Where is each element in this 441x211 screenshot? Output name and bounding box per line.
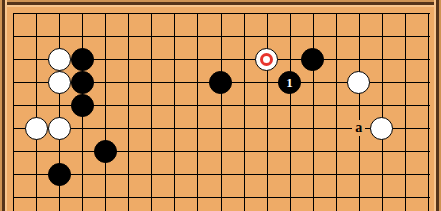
- intersection: [347, 94, 370, 117]
- intersection: [255, 117, 278, 140]
- intersection: [94, 117, 117, 140]
- intersection: [71, 25, 94, 48]
- intersection: [393, 94, 416, 117]
- intersection: [25, 186, 48, 209]
- intersection: [324, 163, 347, 186]
- intersection: [347, 48, 370, 71]
- white-stone: [48, 117, 71, 140]
- intersection: [186, 140, 209, 163]
- intersection: [71, 186, 94, 209]
- board-intersections: 1a: [2, 2, 440, 209]
- black-stone: [71, 94, 94, 117]
- board-frame-top: [0, 0, 441, 7]
- intersection: [25, 163, 48, 186]
- intersection: [209, 117, 232, 140]
- intersection: [186, 163, 209, 186]
- intersection: [301, 140, 324, 163]
- intersection: [370, 186, 393, 209]
- intersection: [301, 117, 324, 140]
- intersection: [140, 71, 163, 94]
- intersection: [71, 117, 94, 140]
- intersection: [140, 25, 163, 48]
- intersection: [48, 140, 71, 163]
- intersection: [140, 48, 163, 71]
- intersection: [301, 163, 324, 186]
- intersection: [278, 163, 301, 186]
- intersection: [393, 140, 416, 163]
- intersection: [48, 94, 71, 117]
- intersection: [278, 25, 301, 48]
- intersection: [94, 71, 117, 94]
- intersection: [117, 48, 140, 71]
- intersection: [25, 25, 48, 48]
- intersection: [324, 48, 347, 71]
- board-frame-right: [434, 0, 441, 211]
- intersection: [370, 163, 393, 186]
- intersection: [117, 163, 140, 186]
- intersection: [71, 48, 94, 71]
- intersection: [232, 48, 255, 71]
- black-stone: [209, 71, 232, 94]
- intersection: [94, 140, 117, 163]
- intersection: [347, 140, 370, 163]
- black-stone: [71, 71, 94, 94]
- board-frame-left: [0, 0, 7, 211]
- intersection: [117, 94, 140, 117]
- intersection: [186, 48, 209, 71]
- intersection: [278, 94, 301, 117]
- go-board-diagram: 1a: [0, 0, 441, 211]
- intersection: [393, 117, 416, 140]
- black-stone: [301, 48, 324, 71]
- intersection: 1: [278, 71, 301, 94]
- black-stone: [48, 163, 71, 186]
- intersection: [163, 25, 186, 48]
- intersection: [209, 48, 232, 71]
- move-number: 1: [286, 76, 293, 89]
- white-stone: [347, 71, 370, 94]
- intersection: [163, 186, 186, 209]
- intersection: [163, 140, 186, 163]
- intersection: [301, 25, 324, 48]
- intersection: [209, 25, 232, 48]
- intersection: [370, 48, 393, 71]
- intersection: [232, 25, 255, 48]
- intersection: [186, 94, 209, 117]
- intersection: [163, 117, 186, 140]
- intersection: [393, 71, 416, 94]
- intersection: [324, 94, 347, 117]
- intersection: [232, 140, 255, 163]
- intersection: [209, 140, 232, 163]
- intersection: [255, 163, 278, 186]
- intersection: [140, 186, 163, 209]
- intersection: [25, 117, 48, 140]
- intersection: [393, 163, 416, 186]
- intersection: [232, 163, 255, 186]
- intersection: [324, 186, 347, 209]
- intersection: [255, 140, 278, 163]
- intersection: [117, 25, 140, 48]
- intersection: [186, 25, 209, 48]
- intersection: [48, 71, 71, 94]
- intersection: [186, 71, 209, 94]
- intersection: [324, 140, 347, 163]
- intersection: [232, 186, 255, 209]
- intersection: [255, 94, 278, 117]
- intersection: [94, 186, 117, 209]
- intersection: [278, 48, 301, 71]
- intersection: [278, 117, 301, 140]
- intersection: [278, 140, 301, 163]
- intersection: [301, 48, 324, 71]
- intersection: [255, 186, 278, 209]
- black-stone: [94, 140, 117, 163]
- intersection: [232, 71, 255, 94]
- intersection: [370, 117, 393, 140]
- intersection: [370, 25, 393, 48]
- intersection: [324, 117, 347, 140]
- intersection: [324, 25, 347, 48]
- intersection: [48, 186, 71, 209]
- intersection: [163, 71, 186, 94]
- intersection: [324, 71, 347, 94]
- intersection: a: [347, 117, 370, 140]
- intersection: [25, 48, 48, 71]
- intersection: [94, 94, 117, 117]
- intersection: [255, 48, 278, 71]
- intersection: [25, 71, 48, 94]
- white-stone: [25, 117, 48, 140]
- intersection: [255, 71, 278, 94]
- intersection: [140, 140, 163, 163]
- intersection: [301, 94, 324, 117]
- intersection: [48, 163, 71, 186]
- intersection: [393, 48, 416, 71]
- intersection: [370, 71, 393, 94]
- intersection: [71, 94, 94, 117]
- intersection: [393, 25, 416, 48]
- intersection: [117, 140, 140, 163]
- intersection: [48, 48, 71, 71]
- intersection: [301, 186, 324, 209]
- intersection: [209, 94, 232, 117]
- marked-white-stone: [255, 48, 278, 71]
- intersection: [163, 94, 186, 117]
- intersection: [255, 25, 278, 48]
- intersection: [117, 71, 140, 94]
- white-stone: [370, 117, 393, 140]
- intersection: [370, 140, 393, 163]
- intersection: [347, 163, 370, 186]
- intersection: [140, 94, 163, 117]
- circle-marker-icon: [260, 53, 273, 66]
- intersection: [186, 117, 209, 140]
- intersection: [71, 140, 94, 163]
- intersection: [94, 25, 117, 48]
- intersection: [25, 140, 48, 163]
- intersection: [71, 71, 94, 94]
- intersection: [94, 163, 117, 186]
- intersection: [301, 71, 324, 94]
- white-stone: [48, 48, 71, 71]
- intersection: [393, 186, 416, 209]
- black-stone-move-1: 1: [278, 71, 301, 94]
- intersection: [94, 48, 117, 71]
- intersection: [209, 186, 232, 209]
- black-stone: [71, 48, 94, 71]
- white-stone: [48, 71, 71, 94]
- intersection: [140, 117, 163, 140]
- intersection: [370, 94, 393, 117]
- intersection: [209, 71, 232, 94]
- intersection: [347, 186, 370, 209]
- intersection: [209, 163, 232, 186]
- intersection: [163, 163, 186, 186]
- intersection: [186, 186, 209, 209]
- intersection: [117, 117, 140, 140]
- intersection: [163, 48, 186, 71]
- intersection: [278, 186, 301, 209]
- intersection: [71, 163, 94, 186]
- intersection: [48, 25, 71, 48]
- intersection: [232, 94, 255, 117]
- intersection: [232, 117, 255, 140]
- intersection: [48, 117, 71, 140]
- intersection: [347, 25, 370, 48]
- intersection: [347, 71, 370, 94]
- point-label-a: a: [352, 120, 365, 136]
- intersection: [140, 163, 163, 186]
- intersection: [25, 94, 48, 117]
- intersection: [117, 186, 140, 209]
